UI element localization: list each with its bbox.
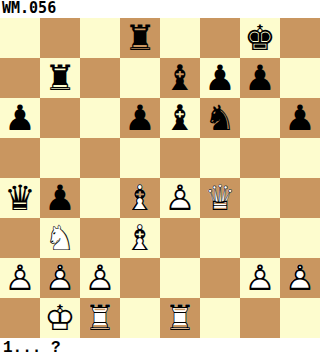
chess-board: ♜♚♜♝♟♟♟♟♝♞♟♛♟♝♗♟♙♛♕♞♘♝♗♟♙♟♙♟♙♟♙♟♙♚♔♜♖♜♖: [0, 18, 320, 338]
square-h5[interactable]: [280, 138, 320, 178]
square-d3[interactable]: ♝♗: [120, 218, 160, 258]
white-pawn-fill: ♟: [40, 258, 80, 298]
square-f8[interactable]: [200, 18, 240, 58]
square-a7[interactable]: [0, 58, 40, 98]
square-c8[interactable]: [80, 18, 120, 58]
chess-puzzle-window: WM.056 ♜♚♜♝♟♟♟♟♝♞♟♛♟♝♗♟♙♛♕♞♘♝♗♟♙♟♙♟♙♟♙♟♙…: [0, 0, 320, 360]
white-bishop-fill: ♝: [120, 178, 160, 218]
piece-black-pawn: ♟: [240, 58, 280, 98]
piece-white-knight: ♘: [40, 218, 80, 258]
square-b1[interactable]: ♚♔: [40, 298, 80, 338]
piece-black-pawn: ♟: [120, 98, 160, 138]
square-g6[interactable]: [240, 98, 280, 138]
white-pawn-fill: ♟: [280, 258, 320, 298]
square-b3[interactable]: ♞♘: [40, 218, 80, 258]
square-b8[interactable]: [40, 18, 80, 58]
square-d6[interactable]: ♟: [120, 98, 160, 138]
white-bishop-fill: ♝: [120, 218, 160, 258]
piece-white-pawn: ♙: [80, 258, 120, 298]
white-pawn-fill: ♟: [160, 178, 200, 218]
square-h1[interactable]: [280, 298, 320, 338]
square-f3[interactable]: [200, 218, 240, 258]
white-pawn-fill: ♟: [80, 258, 120, 298]
square-g5[interactable]: [240, 138, 280, 178]
square-g8[interactable]: ♚: [240, 18, 280, 58]
square-c5[interactable]: [80, 138, 120, 178]
piece-black-pawn: ♟: [0, 98, 40, 138]
square-e8[interactable]: [160, 18, 200, 58]
piece-white-pawn: ♙: [40, 258, 80, 298]
piece-white-pawn: ♙: [280, 258, 320, 298]
white-pawn-fill: ♟: [0, 258, 40, 298]
square-d4[interactable]: ♝♗: [120, 178, 160, 218]
square-c3[interactable]: [80, 218, 120, 258]
piece-white-queen: ♕: [200, 178, 240, 218]
square-g3[interactable]: [240, 218, 280, 258]
square-h3[interactable]: [280, 218, 320, 258]
square-f1[interactable]: [200, 298, 240, 338]
square-f4[interactable]: ♛♕: [200, 178, 240, 218]
square-a8[interactable]: [0, 18, 40, 58]
square-b5[interactable]: [40, 138, 80, 178]
white-king-fill: ♚: [40, 298, 80, 338]
square-h7[interactable]: [280, 58, 320, 98]
piece-white-king: ♔: [40, 298, 80, 338]
square-d8[interactable]: ♜: [120, 18, 160, 58]
square-a5[interactable]: [0, 138, 40, 178]
square-b6[interactable]: [40, 98, 80, 138]
square-h4[interactable]: [280, 178, 320, 218]
square-b2[interactable]: ♟♙: [40, 258, 80, 298]
square-b7[interactable]: ♜: [40, 58, 80, 98]
piece-white-rook: ♖: [160, 298, 200, 338]
piece-white-pawn: ♙: [0, 258, 40, 298]
piece-black-pawn: ♟: [40, 178, 80, 218]
piece-black-pawn: ♟: [280, 98, 320, 138]
white-knight-fill: ♞: [40, 218, 80, 258]
piece-black-bishop: ♝: [160, 98, 200, 138]
square-e3[interactable]: [160, 218, 200, 258]
piece-black-king: ♚: [240, 18, 280, 58]
piece-black-pawn: ♟: [200, 58, 240, 98]
square-f5[interactable]: [200, 138, 240, 178]
piece-black-rook: ♜: [40, 58, 80, 98]
square-h8[interactable]: [280, 18, 320, 58]
square-b4[interactable]: ♟: [40, 178, 80, 218]
square-g4[interactable]: [240, 178, 280, 218]
piece-white-bishop: ♗: [120, 178, 160, 218]
square-c6[interactable]: [80, 98, 120, 138]
white-rook-fill: ♜: [80, 298, 120, 338]
square-c1[interactable]: ♜♖: [80, 298, 120, 338]
move-prompt: 1... ?: [0, 338, 320, 360]
piece-black-rook: ♜: [120, 18, 160, 58]
square-a2[interactable]: ♟♙: [0, 258, 40, 298]
square-c2[interactable]: ♟♙: [80, 258, 120, 298]
piece-black-knight: ♞: [200, 98, 240, 138]
square-f7[interactable]: ♟: [200, 58, 240, 98]
piece-white-bishop: ♗: [120, 218, 160, 258]
puzzle-title: WM.056: [0, 0, 320, 18]
square-f2[interactable]: [200, 258, 240, 298]
piece-black-bishop: ♝: [160, 58, 200, 98]
square-a6[interactable]: ♟: [0, 98, 40, 138]
piece-white-rook: ♖: [80, 298, 120, 338]
square-d1[interactable]: [120, 298, 160, 338]
square-a1[interactable]: [0, 298, 40, 338]
square-e5[interactable]: [160, 138, 200, 178]
white-queen-fill: ♛: [200, 178, 240, 218]
square-h6[interactable]: ♟: [280, 98, 320, 138]
piece-white-pawn: ♙: [240, 258, 280, 298]
square-e2[interactable]: [160, 258, 200, 298]
square-e6[interactable]: ♝: [160, 98, 200, 138]
square-d5[interactable]: [120, 138, 160, 178]
square-c7[interactable]: [80, 58, 120, 98]
square-f6[interactable]: ♞: [200, 98, 240, 138]
square-h2[interactable]: ♟♙: [280, 258, 320, 298]
square-e4[interactable]: ♟♙: [160, 178, 200, 218]
piece-white-pawn: ♙: [160, 178, 200, 218]
square-d2[interactable]: [120, 258, 160, 298]
square-e1[interactable]: ♜♖: [160, 298, 200, 338]
white-rook-fill: ♜: [160, 298, 200, 338]
square-c4[interactable]: [80, 178, 120, 218]
square-a3[interactable]: [0, 218, 40, 258]
piece-black-queen: ♛: [0, 178, 40, 218]
square-a4[interactable]: ♛: [0, 178, 40, 218]
square-e7[interactable]: ♝: [160, 58, 200, 98]
square-g1[interactable]: [240, 298, 280, 338]
white-pawn-fill: ♟: [240, 258, 280, 298]
square-g7[interactable]: ♟: [240, 58, 280, 98]
square-d7[interactable]: [120, 58, 160, 98]
square-g2[interactable]: ♟♙: [240, 258, 280, 298]
